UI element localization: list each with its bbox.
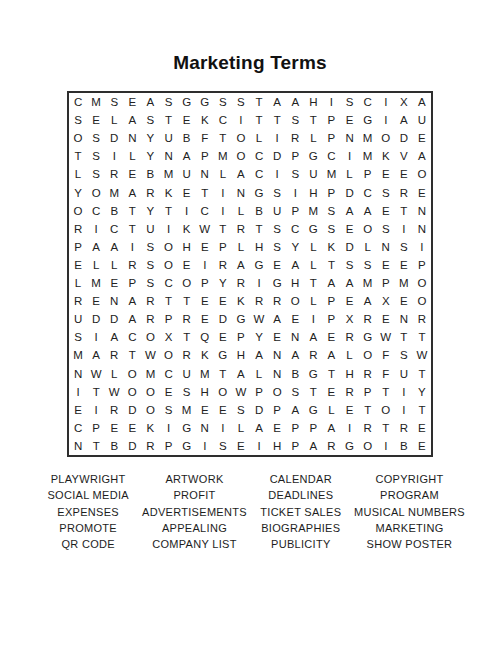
grid-cell-r18c1[interactable]: E <box>69 401 87 419</box>
grid-cell-r2c18[interactable]: I <box>377 111 395 129</box>
grid-cell-r18c7[interactable]: M <box>178 401 196 419</box>
grid-cell-r10c12[interactable]: E <box>268 256 286 274</box>
grid-cell-r14c7[interactable]: T <box>178 328 196 346</box>
grid-cell-r6c9[interactable]: I <box>214 184 232 202</box>
grid-cell-r17c13[interactable]: S <box>286 383 304 401</box>
grid-cell-r20c19[interactable]: B <box>395 437 413 455</box>
grid-cell-r19c10[interactable]: L <box>232 419 250 437</box>
grid-cell-r14c10[interactable]: P <box>232 328 250 346</box>
grid-cell-r10c2[interactable]: L <box>87 256 105 274</box>
grid-cell-r18c9[interactable]: E <box>214 401 232 419</box>
grid-cell-r1c2[interactable]: M <box>87 93 105 111</box>
grid-cell-r2c10[interactable]: I <box>232 111 250 129</box>
grid-cell-r11c19[interactable]: M <box>395 274 413 292</box>
grid-cell-r19c16[interactable]: I <box>341 419 359 437</box>
grid-cell-r1c19[interactable]: X <box>395 93 413 111</box>
grid-cell-r2c17[interactable]: G <box>359 111 377 129</box>
grid-cell-r4c1[interactable]: T <box>69 147 87 165</box>
grid-cell-r5c12[interactable]: I <box>268 165 286 183</box>
grid-cell-r1c17[interactable]: C <box>359 93 377 111</box>
grid-cell-r6c1[interactable]: Y <box>69 184 87 202</box>
grid-cell-r1c18[interactable]: I <box>377 93 395 111</box>
grid-cell-r13c16[interactable]: X <box>341 310 359 328</box>
grid-cell-r10c4[interactable]: R <box>123 256 141 274</box>
grid-cell-r1c15[interactable]: I <box>322 93 340 111</box>
grid-cell-r8c18[interactable]: S <box>377 220 395 238</box>
grid-cell-r8c4[interactable]: T <box>123 220 141 238</box>
grid-cell-r4c15[interactable]: C <box>322 147 340 165</box>
grid-cell-r14c3[interactable]: A <box>105 328 123 346</box>
grid-cell-r18c12[interactable]: P <box>268 401 286 419</box>
grid-cell-r19c14[interactable]: P <box>304 419 322 437</box>
grid-cell-r6c13[interactable]: I <box>286 184 304 202</box>
grid-cell-r10c17[interactable]: S <box>359 256 377 274</box>
grid-cell-r11c17[interactable]: M <box>359 274 377 292</box>
grid-cell-r16c1[interactable]: N <box>69 365 87 383</box>
grid-cell-r13c11[interactable]: W <box>250 310 268 328</box>
grid-cell-r19c3[interactable]: E <box>105 419 123 437</box>
grid-cell-r13c15[interactable]: P <box>322 310 340 328</box>
grid-cell-r5c15[interactable]: M <box>322 165 340 183</box>
grid-cell-r11c3[interactable]: E <box>105 274 123 292</box>
grid-cell-r10c18[interactable]: E <box>377 256 395 274</box>
grid-cell-r1c8[interactable]: G <box>196 93 214 111</box>
grid-cell-r13c20[interactable]: R <box>413 310 431 328</box>
grid-cell-r3c1[interactable]: O <box>69 129 87 147</box>
grid-cell-r8c14[interactable]: G <box>304 220 322 238</box>
grid-cell-r14c19[interactable]: T <box>395 328 413 346</box>
grid-cell-r6c18[interactable]: S <box>377 184 395 202</box>
grid-cell-r15c7[interactable]: R <box>178 346 196 364</box>
grid-cell-r6c10[interactable]: N <box>232 184 250 202</box>
grid-cell-r3c11[interactable]: L <box>250 129 268 147</box>
grid-cell-r7c9[interactable]: I <box>214 202 232 220</box>
grid-cell-r8c6[interactable]: I <box>160 220 178 238</box>
grid-cell-r7c13[interactable]: P <box>286 202 304 220</box>
grid-cell-r15c13[interactable]: A <box>286 346 304 364</box>
grid-cell-r4c9[interactable]: M <box>214 147 232 165</box>
grid-cell-r5c5[interactable]: B <box>141 165 159 183</box>
grid-cell-r18c20[interactable]: T <box>413 401 431 419</box>
grid-cell-r15c15[interactable]: A <box>322 346 340 364</box>
grid-cell-r17c10[interactable]: W <box>232 383 250 401</box>
grid-cell-r10c1[interactable]: E <box>69 256 87 274</box>
grid-cell-r4c17[interactable]: M <box>359 147 377 165</box>
grid-cell-r15c18[interactable]: F <box>377 346 395 364</box>
grid-cell-r19c11[interactable]: A <box>250 419 268 437</box>
grid-cell-r2c6[interactable]: T <box>160 111 178 129</box>
grid-cell-r8c19[interactable]: I <box>395 220 413 238</box>
grid-cell-r8c10[interactable]: R <box>232 220 250 238</box>
grid-cell-r5c13[interactable]: S <box>286 165 304 183</box>
grid-cell-r5c6[interactable]: M <box>160 165 178 183</box>
grid-cell-r8c2[interactable]: I <box>87 220 105 238</box>
grid-cell-r18c18[interactable]: O <box>377 401 395 419</box>
grid-cell-r12c7[interactable]: T <box>178 292 196 310</box>
grid-cell-r6c15[interactable]: P <box>322 184 340 202</box>
grid-cell-r8c20[interactable]: N <box>413 220 431 238</box>
grid-cell-r1c9[interactable]: S <box>214 93 232 111</box>
grid-cell-r10c14[interactable]: L <box>304 256 322 274</box>
grid-cell-r16c14[interactable]: G <box>304 365 322 383</box>
grid-cell-r8c8[interactable]: W <box>196 220 214 238</box>
grid-cell-r13c9[interactable]: D <box>214 310 232 328</box>
grid-cell-r13c3[interactable]: D <box>105 310 123 328</box>
grid-cell-r16c5[interactable]: M <box>141 365 159 383</box>
grid-cell-r7c17[interactable]: A <box>359 202 377 220</box>
grid-cell-r2c14[interactable]: T <box>304 111 322 129</box>
grid-cell-r5c17[interactable]: P <box>359 165 377 183</box>
grid-cell-r6c17[interactable]: C <box>359 184 377 202</box>
grid-cell-r5c11[interactable]: C <box>250 165 268 183</box>
grid-cell-r17c8[interactable]: H <box>196 383 214 401</box>
grid-cell-r20c10[interactable]: E <box>232 437 250 455</box>
grid-cell-r19c20[interactable]: E <box>413 419 431 437</box>
grid-cell-r14c6[interactable]: X <box>160 328 178 346</box>
grid-cell-r19c4[interactable]: E <box>123 419 141 437</box>
grid-cell-r5c3[interactable]: R <box>105 165 123 183</box>
grid-cell-r8c12[interactable]: S <box>268 220 286 238</box>
grid-cell-r1c4[interactable]: E <box>123 93 141 111</box>
grid-cell-r17c3[interactable]: W <box>105 383 123 401</box>
grid-cell-r12c5[interactable]: R <box>141 292 159 310</box>
grid-cell-r16c4[interactable]: O <box>123 365 141 383</box>
grid-cell-r11c10[interactable]: R <box>232 274 250 292</box>
grid-cell-r12c12[interactable]: R <box>268 292 286 310</box>
grid-cell-r18c15[interactable]: L <box>322 401 340 419</box>
grid-cell-r11c4[interactable]: P <box>123 274 141 292</box>
grid-cell-r11c9[interactable]: Y <box>214 274 232 292</box>
grid-cell-r2c13[interactable]: S <box>286 111 304 129</box>
grid-cell-r15c6[interactable]: O <box>160 346 178 364</box>
grid-cell-r17c7[interactable]: S <box>178 383 196 401</box>
grid-cell-r19c7[interactable]: G <box>178 419 196 437</box>
grid-cell-r10c19[interactable]: E <box>395 256 413 274</box>
grid-cell-r18c2[interactable]: I <box>87 401 105 419</box>
grid-cell-r6c11[interactable]: G <box>250 184 268 202</box>
grid-cell-r11c14[interactable]: T <box>304 274 322 292</box>
grid-cell-r14c9[interactable]: E <box>214 328 232 346</box>
grid-cell-r9c1[interactable]: P <box>69 238 87 256</box>
grid-cell-r4c2[interactable]: S <box>87 147 105 165</box>
grid-cell-r15c1[interactable]: M <box>69 346 87 364</box>
grid-cell-r9c3[interactable]: A <box>105 238 123 256</box>
grid-cell-r20c17[interactable]: O <box>359 437 377 455</box>
grid-cell-r12c4[interactable]: A <box>123 292 141 310</box>
grid-cell-r1c11[interactable]: T <box>250 93 268 111</box>
grid-cell-r10c13[interactable]: A <box>286 256 304 274</box>
grid-cell-r11c2[interactable]: M <box>87 274 105 292</box>
grid-cell-r14c1[interactable]: S <box>69 328 87 346</box>
grid-cell-r7c3[interactable]: B <box>105 202 123 220</box>
grid-cell-r4c18[interactable]: K <box>377 147 395 165</box>
grid-cell-r17c9[interactable]: O <box>214 383 232 401</box>
grid-cell-r5c4[interactable]: E <box>123 165 141 183</box>
grid-cell-r17c11[interactable]: P <box>250 383 268 401</box>
grid-cell-r15c14[interactable]: R <box>304 346 322 364</box>
grid-cell-r1c6[interactable]: S <box>160 93 178 111</box>
grid-cell-r6c16[interactable]: D <box>341 184 359 202</box>
grid-cell-r3c14[interactable]: L <box>304 129 322 147</box>
grid-cell-r19c17[interactable]: R <box>359 419 377 437</box>
grid-cell-r6c3[interactable]: M <box>105 184 123 202</box>
grid-cell-r12c14[interactable]: L <box>304 292 322 310</box>
grid-cell-r2c1[interactable]: S <box>69 111 87 129</box>
grid-cell-r13c1[interactable]: U <box>69 310 87 328</box>
grid-cell-r6c14[interactable]: H <box>304 184 322 202</box>
grid-cell-r13c6[interactable]: P <box>160 310 178 328</box>
grid-cell-r8c5[interactable]: U <box>141 220 159 238</box>
grid-cell-r8c13[interactable]: C <box>286 220 304 238</box>
grid-cell-r13c14[interactable]: I <box>304 310 322 328</box>
grid-cell-r2c7[interactable]: E <box>178 111 196 129</box>
grid-cell-r7c15[interactable]: S <box>322 202 340 220</box>
grid-cell-r7c4[interactable]: T <box>123 202 141 220</box>
grid-cell-r16c18[interactable]: F <box>377 365 395 383</box>
grid-cell-r7c12[interactable]: U <box>268 202 286 220</box>
grid-cell-r14c13[interactable]: N <box>286 328 304 346</box>
grid-cell-r3c10[interactable]: O <box>232 129 250 147</box>
grid-cell-r16c15[interactable]: T <box>322 365 340 383</box>
grid-cell-r11c6[interactable]: C <box>160 274 178 292</box>
grid-cell-r16c17[interactable]: R <box>359 365 377 383</box>
grid-cell-r10c5[interactable]: S <box>141 256 159 274</box>
grid-cell-r20c18[interactable]: I <box>377 437 395 455</box>
grid-cell-r7c7[interactable]: I <box>178 202 196 220</box>
grid-cell-r9c15[interactable]: K <box>322 238 340 256</box>
grid-cell-r20c13[interactable]: P <box>286 437 304 455</box>
grid-cell-r17c12[interactable]: O <box>268 383 286 401</box>
grid-cell-r7c19[interactable]: T <box>395 202 413 220</box>
grid-cell-r3c4[interactable]: N <box>123 129 141 147</box>
grid-cell-r7c18[interactable]: E <box>377 202 395 220</box>
grid-cell-r14c15[interactable]: E <box>322 328 340 346</box>
grid-cell-r3c16[interactable]: N <box>341 129 359 147</box>
grid-cell-r10c16[interactable]: S <box>341 256 359 274</box>
grid-cell-r14c12[interactable]: E <box>268 328 286 346</box>
grid-cell-r18c10[interactable]: S <box>232 401 250 419</box>
grid-cell-r15c20[interactable]: W <box>413 346 431 364</box>
grid-cell-r10c11[interactable]: G <box>250 256 268 274</box>
grid-cell-r10c3[interactable]: L <box>105 256 123 274</box>
grid-cell-r13c12[interactable]: A <box>268 310 286 328</box>
grid-cell-r16c16[interactable]: H <box>341 365 359 383</box>
grid-cell-r12c10[interactable]: K <box>232 292 250 310</box>
grid-cell-r5c18[interactable]: E <box>377 165 395 183</box>
grid-cell-r2c15[interactable]: P <box>322 111 340 129</box>
grid-cell-r15c4[interactable]: T <box>123 346 141 364</box>
grid-cell-r19c2[interactable]: P <box>87 419 105 437</box>
grid-cell-r14c17[interactable]: G <box>359 328 377 346</box>
grid-cell-r18c6[interactable]: S <box>160 401 178 419</box>
grid-cell-r9c18[interactable]: N <box>377 238 395 256</box>
grid-cell-r19c19[interactable]: R <box>395 419 413 437</box>
grid-cell-r15c11[interactable]: A <box>250 346 268 364</box>
grid-cell-r1c7[interactable]: G <box>178 93 196 111</box>
grid-cell-r20c4[interactable]: D <box>123 437 141 455</box>
grid-cell-r8c16[interactable]: E <box>341 220 359 238</box>
grid-cell-r6c2[interactable]: O <box>87 184 105 202</box>
grid-cell-r3c12[interactable]: I <box>268 129 286 147</box>
grid-cell-r10c9[interactable]: R <box>214 256 232 274</box>
grid-cell-r1c20[interactable]: A <box>413 93 431 111</box>
grid-cell-r9c2[interactable]: A <box>87 238 105 256</box>
grid-cell-r20c9[interactable]: S <box>214 437 232 455</box>
grid-cell-r19c5[interactable]: K <box>141 419 159 437</box>
grid-cell-r13c10[interactable]: G <box>232 310 250 328</box>
grid-cell-r3c8[interactable]: F <box>196 129 214 147</box>
grid-cell-r7c8[interactable]: C <box>196 202 214 220</box>
grid-cell-r17c2[interactable]: T <box>87 383 105 401</box>
grid-cell-r5c10[interactable]: A <box>232 165 250 183</box>
grid-cell-r17c1[interactable]: I <box>69 383 87 401</box>
grid-cell-r16c11[interactable]: L <box>250 365 268 383</box>
grid-cell-r12c16[interactable]: E <box>341 292 359 310</box>
grid-cell-r20c7[interactable]: G <box>178 437 196 455</box>
grid-cell-r6c20[interactable]: E <box>413 184 431 202</box>
grid-cell-r3c5[interactable]: Y <box>141 129 159 147</box>
grid-cell-r3c19[interactable]: D <box>395 129 413 147</box>
grid-cell-r4c4[interactable]: L <box>123 147 141 165</box>
grid-cell-r14c2[interactable]: I <box>87 328 105 346</box>
grid-cell-r16c12[interactable]: N <box>268 365 286 383</box>
grid-cell-r1c10[interactable]: S <box>232 93 250 111</box>
grid-cell-r12c1[interactable]: R <box>69 292 87 310</box>
grid-cell-r3c6[interactable]: U <box>160 129 178 147</box>
grid-cell-r8c11[interactable]: T <box>250 220 268 238</box>
grid-cell-r14c18[interactable]: W <box>377 328 395 346</box>
grid-cell-r9c8[interactable]: E <box>196 238 214 256</box>
grid-cell-r7c2[interactable]: C <box>87 202 105 220</box>
grid-cell-r3c13[interactable]: R <box>286 129 304 147</box>
grid-cell-r5c8[interactable]: N <box>196 165 214 183</box>
grid-cell-r11c1[interactable]: L <box>69 274 87 292</box>
grid-cell-r18c16[interactable]: E <box>341 401 359 419</box>
grid-cell-r7c16[interactable]: A <box>341 202 359 220</box>
grid-cell-r7c14[interactable]: M <box>304 202 322 220</box>
grid-cell-r9c7[interactable]: H <box>178 238 196 256</box>
grid-cell-r19c9[interactable]: I <box>214 419 232 437</box>
grid-cell-r12c6[interactable]: T <box>160 292 178 310</box>
grid-cell-r6c5[interactable]: R <box>141 184 159 202</box>
grid-cell-r11c8[interactable]: P <box>196 274 214 292</box>
grid-cell-r20c16[interactable]: G <box>341 437 359 455</box>
grid-cell-r4c16[interactable]: I <box>341 147 359 165</box>
grid-cell-r14c11[interactable]: Y <box>250 328 268 346</box>
grid-cell-r4c19[interactable]: V <box>395 147 413 165</box>
grid-cell-r7c6[interactable]: T <box>160 202 178 220</box>
grid-cell-r16c8[interactable]: M <box>196 365 214 383</box>
grid-cell-r3c9[interactable]: T <box>214 129 232 147</box>
grid-cell-r7c20[interactable]: N <box>413 202 431 220</box>
grid-cell-r19c12[interactable]: E <box>268 419 286 437</box>
grid-cell-r15c17[interactable]: O <box>359 346 377 364</box>
grid-cell-r11c12[interactable]: G <box>268 274 286 292</box>
grid-cell-r1c3[interactable]: S <box>105 93 123 111</box>
grid-cell-r7c1[interactable]: O <box>69 202 87 220</box>
grid-cell-r20c14[interactable]: A <box>304 437 322 455</box>
grid-cell-r13c19[interactable]: N <box>395 310 413 328</box>
grid-cell-r11c16[interactable]: A <box>341 274 359 292</box>
grid-cell-r18c5[interactable]: O <box>141 401 159 419</box>
grid-cell-r1c1[interactable]: C <box>69 93 87 111</box>
grid-cell-r8c15[interactable]: S <box>322 220 340 238</box>
grid-cell-r15c19[interactable]: S <box>395 346 413 364</box>
grid-cell-r2c4[interactable]: A <box>123 111 141 129</box>
grid-cell-r18c3[interactable]: R <box>105 401 123 419</box>
grid-cell-r20c2[interactable]: T <box>87 437 105 455</box>
grid-cell-r18c4[interactable]: D <box>123 401 141 419</box>
grid-cell-r17c5[interactable]: O <box>141 383 159 401</box>
grid-cell-r5c7[interactable]: U <box>178 165 196 183</box>
grid-cell-r5c9[interactable]: L <box>214 165 232 183</box>
grid-cell-r8c17[interactable]: O <box>359 220 377 238</box>
grid-cell-r19c6[interactable]: I <box>160 419 178 437</box>
grid-cell-r2c16[interactable]: E <box>341 111 359 129</box>
grid-cell-r12c17[interactable]: A <box>359 292 377 310</box>
grid-cell-r5c16[interactable]: L <box>341 165 359 183</box>
grid-cell-r20c5[interactable]: R <box>141 437 159 455</box>
grid-cell-r20c12[interactable]: H <box>268 437 286 455</box>
grid-cell-r19c1[interactable]: C <box>69 419 87 437</box>
grid-cell-r12c19[interactable]: E <box>395 292 413 310</box>
grid-cell-r16c13[interactable]: B <box>286 365 304 383</box>
grid-cell-r9c5[interactable]: S <box>141 238 159 256</box>
grid-cell-r18c13[interactable]: A <box>286 401 304 419</box>
grid-cell-r11c5[interactable]: S <box>141 274 159 292</box>
grid-cell-r13c5[interactable]: R <box>141 310 159 328</box>
grid-cell-r9c11[interactable]: H <box>250 238 268 256</box>
grid-cell-r14c8[interactable]: Q <box>196 328 214 346</box>
grid-cell-r18c8[interactable]: E <box>196 401 214 419</box>
grid-cell-r5c2[interactable]: S <box>87 165 105 183</box>
grid-cell-r20c15[interactable]: R <box>322 437 340 455</box>
grid-cell-r18c19[interactable]: I <box>395 401 413 419</box>
grid-cell-r3c17[interactable]: M <box>359 129 377 147</box>
grid-cell-r13c17[interactable]: R <box>359 310 377 328</box>
grid-cell-r17c18[interactable]: T <box>377 383 395 401</box>
grid-cell-r13c7[interactable]: R <box>178 310 196 328</box>
grid-cell-r3c18[interactable]: O <box>377 129 395 147</box>
grid-cell-r4c12[interactable]: D <box>268 147 286 165</box>
grid-cell-r2c5[interactable]: S <box>141 111 159 129</box>
grid-cell-r15c8[interactable]: K <box>196 346 214 364</box>
grid-cell-r12c8[interactable]: E <box>196 292 214 310</box>
grid-cell-r5c19[interactable]: E <box>395 165 413 183</box>
grid-cell-r16c20[interactable]: T <box>413 365 431 383</box>
grid-cell-r5c1[interactable]: L <box>69 165 87 183</box>
grid-cell-r20c11[interactable]: I <box>250 437 268 455</box>
grid-cell-r15c10[interactable]: H <box>232 346 250 364</box>
grid-cell-r6c4[interactable]: A <box>123 184 141 202</box>
grid-cell-r5c14[interactable]: U <box>304 165 322 183</box>
grid-cell-r2c12[interactable]: T <box>268 111 286 129</box>
grid-cell-r20c6[interactable]: P <box>160 437 178 455</box>
grid-cell-r14c5[interactable]: O <box>141 328 159 346</box>
grid-cell-r13c13[interactable]: E <box>286 310 304 328</box>
grid-cell-r15c9[interactable]: G <box>214 346 232 364</box>
grid-cell-r9c12[interactable]: S <box>268 238 286 256</box>
grid-cell-r11c20[interactable]: O <box>413 274 431 292</box>
grid-cell-r13c8[interactable]: E <box>196 310 214 328</box>
grid-cell-r19c18[interactable]: T <box>377 419 395 437</box>
grid-cell-r18c14[interactable]: G <box>304 401 322 419</box>
grid-cell-r16c9[interactable]: T <box>214 365 232 383</box>
grid-cell-r4c3[interactable]: I <box>105 147 123 165</box>
grid-cell-r2c2[interactable]: E <box>87 111 105 129</box>
grid-cell-r13c2[interactable]: D <box>87 310 105 328</box>
grid-cell-r3c7[interactable]: B <box>178 129 196 147</box>
